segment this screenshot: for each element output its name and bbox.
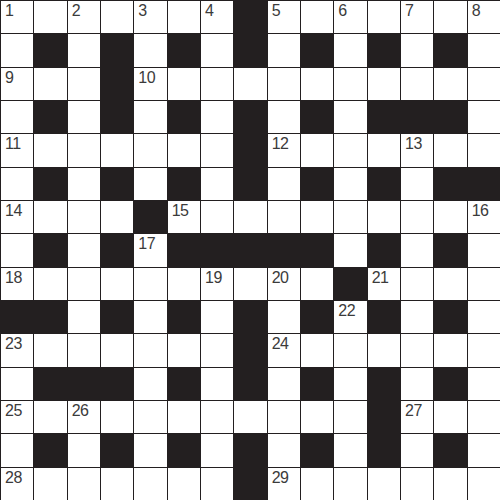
cell-r8c3[interactable] <box>101 268 133 300</box>
cell-r4c6[interactable] <box>201 134 233 166</box>
block-cell-r11c5 <box>168 368 200 400</box>
cell-r10c12[interactable] <box>401 334 433 366</box>
cell-r7c12[interactable] <box>401 234 433 266</box>
clue-number-17: 17 <box>138 234 155 253</box>
clue-number-24: 24 <box>272 334 289 353</box>
cell-r2c11[interactable] <box>368 68 400 100</box>
cell-r0c3[interactable] <box>101 1 133 33</box>
cell-r5c10[interactable] <box>334 168 366 200</box>
cell-r14c6[interactable] <box>201 468 233 500</box>
cell-r8c1[interactable] <box>34 268 66 300</box>
block-cell-r5c3 <box>101 168 133 200</box>
cell-r1c0[interactable] <box>1 34 33 66</box>
clue-number-1: 1 <box>5 1 13 20</box>
cell-r9c10[interactable]: 22 <box>334 301 366 333</box>
clue-number-16: 16 <box>472 201 489 220</box>
block-cell-r9c9 <box>301 301 333 333</box>
cell-r10c6[interactable] <box>201 334 233 366</box>
clue-number-23: 23 <box>5 334 22 353</box>
cell-r6c5[interactable]: 15 <box>168 201 200 233</box>
cell-r14c11[interactable] <box>368 468 400 500</box>
cell-r7c4[interactable]: 17 <box>134 234 166 266</box>
block-cell-r7c7 <box>234 234 266 266</box>
cell-r2c0[interactable]: 9 <box>1 68 33 100</box>
clue-number-29: 29 <box>272 468 289 487</box>
cell-r13c12[interactable] <box>401 434 433 466</box>
cell-r10c4[interactable] <box>134 334 166 366</box>
block-cell-r5c5 <box>168 168 200 200</box>
cell-r10c9[interactable] <box>301 334 333 366</box>
cell-r14c13[interactable] <box>434 468 466 500</box>
cell-r12c6[interactable] <box>201 401 233 433</box>
block-cell-r9c3 <box>101 301 133 333</box>
clue-number-22: 22 <box>338 301 355 320</box>
clue-number-4: 4 <box>205 1 213 20</box>
cell-r14c2[interactable] <box>68 468 100 500</box>
block-cell-r13c9 <box>301 434 333 466</box>
cell-r2c12[interactable] <box>401 68 433 100</box>
cell-r1c8[interactable] <box>268 34 300 66</box>
cell-r3c2[interactable] <box>68 101 100 133</box>
block-cell-r3c11 <box>368 101 400 133</box>
cell-r14c5[interactable] <box>168 468 200 500</box>
cell-r8c0[interactable]: 18 <box>1 268 33 300</box>
cell-r6c1[interactable] <box>34 201 66 233</box>
block-cell-r6c4 <box>134 201 166 233</box>
cell-r10c10[interactable] <box>334 334 366 366</box>
block-cell-r11c9 <box>301 368 333 400</box>
cell-r6c9[interactable] <box>301 201 333 233</box>
cell-r2c2[interactable] <box>68 68 100 100</box>
cell-r8c4[interactable] <box>134 268 166 300</box>
block-cell-r11c7 <box>234 368 266 400</box>
cell-r12c4[interactable] <box>134 401 166 433</box>
cell-r2c4[interactable]: 10 <box>134 68 166 100</box>
cell-r0c10[interactable]: 6 <box>334 1 366 33</box>
clue-number-21: 21 <box>372 268 389 287</box>
clue-number-28: 28 <box>5 468 22 487</box>
cell-r6c10[interactable] <box>334 201 366 233</box>
cell-r11c6[interactable] <box>201 368 233 400</box>
cell-r4c8[interactable]: 12 <box>268 134 300 166</box>
cell-r13c10[interactable] <box>334 434 366 466</box>
block-cell-r7c5 <box>168 234 200 266</box>
cell-r6c13[interactable] <box>434 201 466 233</box>
cell-r14c10[interactable] <box>334 468 366 500</box>
cell-r5c8[interactable] <box>268 168 300 200</box>
clue-number-26: 26 <box>72 401 89 420</box>
cell-r0c12[interactable]: 7 <box>401 1 433 33</box>
block-cell-r11c1 <box>34 368 66 400</box>
cell-r5c4[interactable] <box>134 168 166 200</box>
cell-r3c0[interactable] <box>1 101 33 133</box>
cell-r9c2[interactable] <box>68 301 100 333</box>
cell-r5c0[interactable] <box>1 168 33 200</box>
clue-number-20: 20 <box>272 268 289 287</box>
cell-r12c7[interactable] <box>234 401 266 433</box>
cell-r5c12[interactable] <box>401 168 433 200</box>
cell-r3c14[interactable] <box>468 101 500 133</box>
cell-r12c1[interactable] <box>34 401 66 433</box>
cell-r14c12[interactable] <box>401 468 433 500</box>
cell-r3c8[interactable] <box>268 101 300 133</box>
cell-r4c9[interactable] <box>301 134 333 166</box>
block-cell-r11c13 <box>434 368 466 400</box>
cell-r4c12[interactable]: 13 <box>401 134 433 166</box>
cell-r8c13[interactable] <box>434 268 466 300</box>
cell-r1c12[interactable] <box>401 34 433 66</box>
cell-r9c8[interactable] <box>268 301 300 333</box>
cell-r14c4[interactable] <box>134 468 166 500</box>
cell-r0c1[interactable] <box>34 1 66 33</box>
cell-r0c0[interactable]: 1 <box>1 1 33 33</box>
cell-r6c7[interactable] <box>234 201 266 233</box>
clue-number-2: 2 <box>72 1 80 20</box>
cell-r13c2[interactable] <box>68 434 100 466</box>
cell-r1c2[interactable] <box>68 34 100 66</box>
cell-r9c14[interactable] <box>468 301 500 333</box>
cell-r10c3[interactable] <box>101 334 133 366</box>
cell-r7c14[interactable] <box>468 234 500 266</box>
clue-number-8: 8 <box>472 1 480 20</box>
cell-r1c10[interactable] <box>334 34 366 66</box>
block-cell-r13c3 <box>101 434 133 466</box>
clue-number-7: 7 <box>405 1 413 20</box>
clue-number-14: 14 <box>5 201 22 220</box>
cell-r6c8[interactable] <box>268 201 300 233</box>
cell-r4c4[interactable] <box>134 134 166 166</box>
block-cell-r9c13 <box>434 301 466 333</box>
cell-r0c14[interactable]: 8 <box>468 1 500 33</box>
cell-r11c10[interactable] <box>334 368 366 400</box>
block-cell-r9c0 <box>1 301 33 333</box>
cell-r2c6[interactable] <box>201 68 233 100</box>
cell-r2c14[interactable] <box>468 68 500 100</box>
cell-r10c5[interactable] <box>168 334 200 366</box>
cell-r11c8[interactable] <box>268 368 300 400</box>
clue-number-5: 5 <box>272 1 280 20</box>
block-cell-r3c13 <box>434 101 466 133</box>
cell-r0c11[interactable] <box>368 1 400 33</box>
block-cell-r13c13 <box>434 434 466 466</box>
cell-r12c8[interactable] <box>268 401 300 433</box>
block-cell-r5c13 <box>434 168 466 200</box>
block-cell-r3c5 <box>168 101 200 133</box>
block-cell-r4c7 <box>234 134 266 166</box>
block-cell-r1c7 <box>234 34 266 66</box>
cell-r6c14[interactable]: 16 <box>468 201 500 233</box>
cell-r13c14[interactable] <box>468 434 500 466</box>
cell-r12c13[interactable] <box>434 401 466 433</box>
block-cell-r9c5 <box>168 301 200 333</box>
cell-r8c7[interactable] <box>234 268 266 300</box>
clue-number-6: 6 <box>338 1 346 20</box>
cell-r2c1[interactable] <box>34 68 66 100</box>
cell-r3c10[interactable] <box>334 101 366 133</box>
cell-r6c11[interactable] <box>368 201 400 233</box>
cell-r10c14[interactable] <box>468 334 500 366</box>
cell-r11c12[interactable] <box>401 368 433 400</box>
block-cell-r11c3 <box>101 368 133 400</box>
block-cell-r1c5 <box>168 34 200 66</box>
block-cell-r13c1 <box>34 434 66 466</box>
cell-r9c12[interactable] <box>401 301 433 333</box>
block-cell-r9c7 <box>234 301 266 333</box>
cell-r6c12[interactable] <box>401 201 433 233</box>
cell-r1c4[interactable] <box>134 34 166 66</box>
block-cell-r8c10 <box>334 268 366 300</box>
cell-r14c3[interactable] <box>101 468 133 500</box>
block-cell-r1c11 <box>368 34 400 66</box>
cell-r10c8[interactable]: 24 <box>268 334 300 366</box>
block-cell-r5c11 <box>368 168 400 200</box>
cell-r0c9[interactable] <box>301 1 333 33</box>
block-cell-r0c7 <box>234 1 266 33</box>
cell-r8c2[interactable] <box>68 268 100 300</box>
cell-r12c2[interactable]: 26 <box>68 401 100 433</box>
cell-r6c6[interactable] <box>201 201 233 233</box>
clue-number-15: 15 <box>172 201 189 220</box>
block-cell-r3c3 <box>101 101 133 133</box>
cell-r14c14[interactable] <box>468 468 500 500</box>
cell-r4c3[interactable] <box>101 134 133 166</box>
cell-r0c5[interactable] <box>168 1 200 33</box>
cell-r12c10[interactable] <box>334 401 366 433</box>
block-cell-r7c3 <box>101 234 133 266</box>
cell-r6c0[interactable]: 14 <box>1 201 33 233</box>
clue-number-3: 3 <box>138 1 146 20</box>
cell-r4c11[interactable] <box>368 134 400 166</box>
cell-r10c13[interactable] <box>434 334 466 366</box>
cell-r5c6[interactable] <box>201 168 233 200</box>
cell-r14c0[interactable]: 28 <box>1 468 33 500</box>
cell-r0c8[interactable]: 5 <box>268 1 300 33</box>
cell-r8c11[interactable]: 21 <box>368 268 400 300</box>
cell-r0c13[interactable] <box>434 1 466 33</box>
cell-r10c1[interactable] <box>34 334 66 366</box>
cell-r8c8[interactable]: 20 <box>268 268 300 300</box>
cell-r13c8[interactable] <box>268 434 300 466</box>
block-cell-r7c8 <box>268 234 300 266</box>
clue-number-25: 25 <box>5 401 22 420</box>
clue-number-18: 18 <box>5 268 22 287</box>
block-cell-r7c11 <box>368 234 400 266</box>
block-cell-r13c5 <box>168 434 200 466</box>
cell-r14c1[interactable] <box>34 468 66 500</box>
block-cell-r13c7 <box>234 434 266 466</box>
cell-r13c6[interactable] <box>201 434 233 466</box>
clue-number-19: 19 <box>205 268 222 287</box>
block-cell-r2c3 <box>101 68 133 100</box>
cell-r4c2[interactable] <box>68 134 100 166</box>
cell-r2c7[interactable] <box>234 68 266 100</box>
cell-r4c13[interactable] <box>434 134 466 166</box>
block-cell-r5c7 <box>234 168 266 200</box>
cell-r8c12[interactable] <box>401 268 433 300</box>
block-cell-r7c6 <box>201 234 233 266</box>
cell-r4c0[interactable]: 11 <box>1 134 33 166</box>
cell-r0c2[interactable]: 2 <box>68 1 100 33</box>
cell-r6c2[interactable] <box>68 201 100 233</box>
clue-number-11: 11 <box>5 134 21 153</box>
cell-r6c3[interactable] <box>101 201 133 233</box>
cell-r2c8[interactable] <box>268 68 300 100</box>
block-cell-r5c9 <box>301 168 333 200</box>
cell-r10c11[interactable] <box>368 334 400 366</box>
cell-r12c12[interactable]: 27 <box>401 401 433 433</box>
cell-r3c4[interactable] <box>134 101 166 133</box>
clue-number-9: 9 <box>5 68 13 87</box>
block-cell-r14c7 <box>234 468 266 500</box>
clue-number-10: 10 <box>138 68 155 87</box>
cell-r12c9[interactable] <box>301 401 333 433</box>
cell-r11c0[interactable] <box>1 368 33 400</box>
cell-r8c6[interactable]: 19 <box>201 268 233 300</box>
cell-r4c10[interactable] <box>334 134 366 166</box>
cell-r4c1[interactable] <box>34 134 66 166</box>
block-cell-r1c13 <box>434 34 466 66</box>
cell-r2c10[interactable] <box>334 68 366 100</box>
clue-number-13: 13 <box>405 134 422 153</box>
cell-r7c2[interactable] <box>68 234 100 266</box>
block-cell-r9c1 <box>34 301 66 333</box>
cell-r10c0[interactable]: 23 <box>1 334 33 366</box>
cell-r5c2[interactable] <box>68 168 100 200</box>
cell-r13c4[interactable] <box>134 434 166 466</box>
block-cell-r10c7 <box>234 334 266 366</box>
cell-r14c9[interactable] <box>301 468 333 500</box>
cell-r0c4[interactable]: 3 <box>134 1 166 33</box>
cell-r13c0[interactable] <box>1 434 33 466</box>
block-cell-r5c1 <box>34 168 66 200</box>
block-cell-r12c11 <box>368 401 400 433</box>
cell-r3c6[interactable] <box>201 101 233 133</box>
cell-r9c4[interactable] <box>134 301 166 333</box>
cell-r12c0[interactable]: 25 <box>1 401 33 433</box>
cell-r8c5[interactable] <box>168 268 200 300</box>
cell-r4c5[interactable] <box>168 134 200 166</box>
block-cell-r3c7 <box>234 101 266 133</box>
cell-r2c5[interactable] <box>168 68 200 100</box>
cell-r14c8[interactable]: 29 <box>268 468 300 500</box>
cell-r1c6[interactable] <box>201 34 233 66</box>
block-cell-r3c1 <box>34 101 66 133</box>
crossword-grid: 1234567891011121314151617181920212223242… <box>0 0 500 500</box>
block-cell-r7c1 <box>34 234 66 266</box>
cell-r4c14[interactable] <box>468 134 500 166</box>
cell-r10c2[interactable] <box>68 334 100 366</box>
cell-r12c3[interactable] <box>101 401 133 433</box>
cell-r2c13[interactable] <box>434 68 466 100</box>
cell-r11c4[interactable] <box>134 368 166 400</box>
cell-r11c14[interactable] <box>468 368 500 400</box>
block-cell-r11c11 <box>368 368 400 400</box>
clue-number-12: 12 <box>272 134 289 153</box>
cell-r0c6[interactable]: 4 <box>201 1 233 33</box>
block-cell-r1c9 <box>301 34 333 66</box>
clue-number-27: 27 <box>405 401 422 420</box>
cell-r12c5[interactable] <box>168 401 200 433</box>
block-cell-r1c3 <box>101 34 133 66</box>
block-cell-r5c14 <box>468 168 500 200</box>
cell-r8c9[interactable] <box>301 268 333 300</box>
cell-r7c10[interactable] <box>334 234 366 266</box>
block-cell-r7c9 <box>301 234 333 266</box>
block-cell-r3c9 <box>301 101 333 133</box>
cell-r12c14[interactable] <box>468 401 500 433</box>
cell-r9c6[interactable] <box>201 301 233 333</box>
cell-r7c0[interactable] <box>1 234 33 266</box>
block-cell-r11c2 <box>68 368 100 400</box>
block-cell-r1c1 <box>34 34 66 66</box>
block-cell-r3c12 <box>401 101 433 133</box>
block-cell-r13c11 <box>368 434 400 466</box>
cell-r1c14[interactable] <box>468 34 500 66</box>
cell-r8c14[interactable] <box>468 268 500 300</box>
cell-r2c9[interactable] <box>301 68 333 100</box>
block-cell-r9c11 <box>368 301 400 333</box>
block-cell-r7c13 <box>434 234 466 266</box>
